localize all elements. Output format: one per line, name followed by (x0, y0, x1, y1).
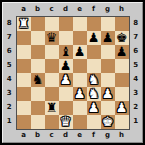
board-square-f5[interactable] (87, 59, 101, 73)
board-square-d8[interactable] (59, 17, 73, 31)
board-square-b3[interactable] (31, 87, 45, 101)
file-label-h: h (115, 132, 129, 139)
file-label-a: a (17, 6, 31, 13)
board-square-e2[interactable] (73, 101, 87, 115)
rank-label-1: 1 (7, 115, 12, 129)
rank-labels-right: 87654321 (133, 16, 138, 130)
board-square-f3[interactable]: ♞ (87, 87, 101, 101)
board-square-f8[interactable] (87, 17, 101, 31)
black-pawn[interactable]: ♟ (60, 59, 72, 73)
board-square-a1[interactable] (17, 115, 31, 129)
file-label-d: d (59, 132, 73, 139)
board-frame: abcdefgh 87654321 ♜♛♟♟♚♝♟♟♟♞♟♞♟♞♟♜♟♟♛♚ 8… (2, 2, 143, 143)
board-square-f1[interactable] (87, 115, 101, 129)
board-square-g2[interactable] (101, 101, 115, 115)
board-square-e3[interactable]: ♟ (73, 87, 87, 101)
board-square-h1[interactable] (115, 115, 129, 129)
black-pawn[interactable]: ♟ (116, 45, 128, 59)
rank-label-5: 5 (7, 59, 12, 73)
board-square-f6[interactable] (87, 45, 101, 59)
file-label-g: g (101, 6, 115, 13)
white-pawn[interactable]: ♟ (60, 73, 72, 87)
board-square-b7[interactable] (31, 31, 45, 45)
rank-labels-left: 87654321 (7, 16, 12, 130)
board-square-d3[interactable] (59, 87, 73, 101)
board-square-b5[interactable] (31, 59, 45, 73)
rank-label-3: 3 (7, 87, 12, 101)
rank-label-7: 7 (7, 31, 12, 45)
board-square-a8[interactable]: ♜ (17, 17, 31, 31)
white-rook[interactable]: ♜ (18, 17, 30, 31)
rank-label-4: 4 (7, 73, 12, 87)
board-square-b4[interactable]: ♞ (31, 73, 45, 87)
board-square-c1[interactable] (45, 115, 59, 129)
board-square-d5[interactable]: ♟ (59, 59, 73, 73)
white-pawn[interactable]: ♟ (74, 87, 86, 101)
rank-label-2: 2 (7, 101, 12, 115)
board-square-a4[interactable] (17, 73, 31, 87)
board-square-h4[interactable] (115, 73, 129, 87)
board-square-c7[interactable]: ♛ (45, 31, 59, 45)
rank-label-2: 2 (133, 101, 138, 115)
chess-diagram: abcdefgh 87654321 ♜♛♟♟♚♝♟♟♟♞♟♞♟♞♟♜♟♟♛♚ 8… (0, 0, 145, 145)
rank-label-5: 5 (133, 59, 138, 73)
board-square-e1[interactable] (73, 115, 87, 129)
board-square-e6[interactable]: ♟ (73, 45, 87, 59)
board-square-b6[interactable] (31, 45, 45, 59)
board-square-c6[interactable] (45, 45, 59, 59)
board-square-a2[interactable] (17, 101, 31, 115)
board-square-f4[interactable]: ♞ (87, 73, 101, 87)
board-square-g8[interactable] (101, 17, 115, 31)
board-square-c2[interactable]: ♜ (45, 101, 59, 115)
board-square-d6[interactable]: ♝ (59, 45, 73, 59)
rank-label-8: 8 (133, 17, 138, 31)
board-square-h7[interactable]: ♚ (115, 31, 129, 45)
black-king[interactable]: ♚ (116, 31, 128, 45)
board-square-e4[interactable] (73, 73, 87, 87)
file-label-c: c (45, 132, 59, 139)
board-square-g7[interactable]: ♟ (101, 31, 115, 45)
board-square-a6[interactable] (17, 45, 31, 59)
board-square-d4[interactable]: ♟ (59, 73, 73, 87)
board-square-b2[interactable] (31, 101, 45, 115)
file-label-g: g (101, 132, 115, 139)
rank-label-8: 8 (7, 17, 12, 31)
black-pawn[interactable]: ♟ (102, 31, 114, 45)
board-square-d1[interactable]: ♛ (59, 115, 73, 129)
board-square-b1[interactable] (31, 115, 45, 129)
board-square-d7[interactable] (59, 31, 73, 45)
white-pawn[interactable]: ♟ (116, 101, 128, 115)
file-label-e: e (73, 132, 87, 139)
board-square-c8[interactable] (45, 17, 59, 31)
board-square-h3[interactable] (115, 87, 129, 101)
black-knight[interactable]: ♞ (32, 73, 44, 87)
board-square-h5[interactable] (115, 59, 129, 73)
board: ♜♛♟♟♚♝♟♟♟♞♟♞♟♞♟♜♟♟♛♚ (16, 16, 130, 130)
black-pawn[interactable]: ♟ (74, 45, 86, 59)
board-square-a7[interactable] (17, 31, 31, 45)
board-square-f7[interactable]: ♟ (87, 31, 101, 45)
board-square-g3[interactable]: ♟ (101, 87, 115, 101)
file-label-e: e (73, 6, 87, 13)
white-queen[interactable]: ♛ (60, 115, 72, 129)
board-square-h6[interactable]: ♟ (115, 45, 129, 59)
file-label-c: c (45, 6, 59, 13)
board-square-g5[interactable] (101, 59, 115, 73)
rank-label-4: 4 (133, 73, 138, 87)
black-bishop[interactable]: ♝ (60, 45, 72, 59)
file-label-f: f (87, 132, 101, 139)
rank-label-1: 1 (133, 115, 138, 129)
rank-label-7: 7 (133, 31, 138, 45)
file-label-a: a (17, 132, 31, 139)
file-label-b: b (31, 132, 45, 139)
board-square-c4[interactable] (45, 73, 59, 87)
file-label-d: d (59, 6, 73, 13)
file-labels-bottom: abcdefgh (17, 132, 129, 139)
board-square-g1[interactable]: ♚ (101, 115, 115, 129)
board-square-h2[interactable]: ♟ (115, 101, 129, 115)
board-square-d2[interactable] (59, 101, 73, 115)
board-square-c3[interactable] (45, 87, 59, 101)
white-pawn[interactable]: ♟ (88, 101, 100, 115)
file-labels-top: abcdefgh (17, 6, 129, 13)
black-pawn[interactable]: ♟ (88, 31, 100, 45)
white-knight[interactable]: ♞ (88, 87, 100, 101)
board-square-c5[interactable] (45, 59, 59, 73)
board-square-f2[interactable]: ♟ (87, 101, 101, 115)
board-square-g6[interactable] (101, 45, 115, 59)
board-square-a5[interactable] (17, 59, 31, 73)
board-square-g4[interactable] (101, 73, 115, 87)
file-label-f: f (87, 6, 101, 13)
rank-label-3: 3 (133, 87, 138, 101)
rank-label-6: 6 (7, 45, 12, 59)
white-king[interactable]: ♚ (102, 115, 114, 129)
board-square-a3[interactable] (17, 87, 31, 101)
file-label-h: h (115, 6, 129, 13)
black-rook[interactable]: ♜ (46, 101, 58, 115)
file-label-b: b (31, 6, 45, 13)
rank-label-6: 6 (133, 45, 138, 59)
board-square-b8[interactable] (31, 17, 45, 31)
white-knight[interactable]: ♞ (88, 73, 100, 87)
board-square-e7[interactable] (73, 31, 87, 45)
board-square-e8[interactable] (73, 17, 87, 31)
white-pawn[interactable]: ♟ (102, 87, 114, 101)
board-square-h8[interactable] (115, 17, 129, 31)
board-square-e5[interactable] (73, 59, 87, 73)
black-queen[interactable]: ♛ (46, 31, 58, 45)
